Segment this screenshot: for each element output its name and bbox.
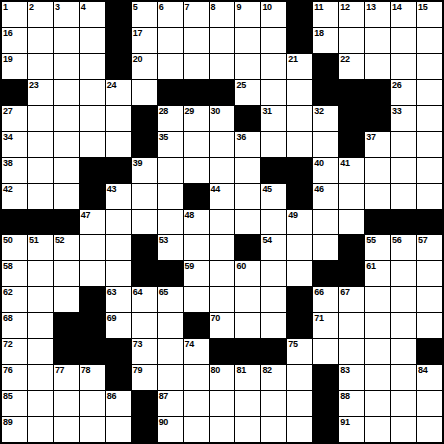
- cell-r12c17[interactable]: [417, 287, 442, 312]
- cell-r8c14[interactable]: [339, 184, 364, 209]
- cell-r12c13[interactable]: 66: [313, 287, 338, 312]
- black-cell-r13c3: [54, 313, 79, 338]
- cell-r3c1[interactable]: 19: [2, 54, 27, 79]
- cell-r13c14[interactable]: [339, 313, 364, 338]
- clue-number-45: 45: [262, 184, 271, 195]
- cell-r16c15[interactable]: [365, 391, 390, 416]
- cell-r13c13[interactable]: 71: [313, 313, 338, 338]
- cell-r3c8[interactable]: [184, 54, 209, 79]
- cell-r9c8[interactable]: 48: [184, 210, 209, 235]
- clue-number-9: 9: [236, 2, 241, 13]
- cell-r17c14[interactable]: 91: [339, 417, 364, 442]
- black-cell-r4c13: [313, 80, 338, 105]
- cell-r5c5[interactable]: [106, 106, 131, 131]
- cell-r12c8[interactable]: [184, 287, 209, 312]
- black-cell-r17c6: [132, 417, 157, 442]
- cell-r6c1[interactable]: 34: [2, 132, 27, 157]
- black-cell-r15c5: [106, 365, 131, 390]
- cell-r11c12[interactable]: [287, 261, 312, 286]
- cell-r17c3[interactable]: [54, 417, 79, 442]
- black-cell-r11c13: [313, 261, 338, 286]
- cell-r12c6[interactable]: 64: [132, 287, 157, 312]
- cell-r6c5[interactable]: [106, 132, 131, 157]
- cell-r9c12[interactable]: 49: [287, 210, 312, 235]
- cell-r3c9[interactable]: [210, 54, 235, 79]
- cell-r4c11[interactable]: [261, 80, 286, 105]
- cell-r10c9[interactable]: [210, 235, 235, 260]
- cell-r10c7[interactable]: 53: [158, 235, 183, 260]
- clue-number-80: 80: [211, 365, 220, 376]
- cell-r6c16[interactable]: [391, 132, 416, 157]
- cell-r7c8[interactable]: [184, 158, 209, 183]
- cell-r10c13[interactable]: [313, 235, 338, 260]
- cell-r17c7[interactable]: 90: [158, 417, 183, 442]
- black-cell-r1c5: [106, 2, 131, 27]
- clue-number-70: 70: [211, 313, 220, 324]
- black-cell-r3c5: [106, 54, 131, 79]
- cell-r2c17[interactable]: [417, 28, 442, 53]
- cell-r17c8[interactable]: [184, 417, 209, 442]
- cell-r16c3[interactable]: [54, 391, 79, 416]
- cell-r13c11[interactable]: [261, 313, 286, 338]
- cell-r17c11[interactable]: [261, 417, 286, 442]
- cell-r15c15[interactable]: [365, 365, 390, 390]
- cell-r1c8[interactable]: 7: [184, 2, 209, 27]
- cell-r13c5[interactable]: 69: [106, 313, 131, 338]
- cell-r12c2[interactable]: [28, 287, 53, 312]
- cell-r17c9[interactable]: [210, 417, 235, 442]
- cell-r16c16[interactable]: [391, 391, 416, 416]
- black-cell-r10c14: [339, 235, 364, 260]
- cell-r11c5[interactable]: [106, 261, 131, 286]
- clue-number-51: 51: [29, 235, 38, 246]
- clue-number-55: 55: [366, 235, 375, 246]
- cell-r14c12[interactable]: 75: [287, 339, 312, 364]
- cell-r3c11[interactable]: [261, 54, 286, 79]
- cell-r15c10[interactable]: 81: [235, 365, 260, 390]
- clue-number-71: 71: [314, 313, 323, 324]
- cell-r1c14[interactable]: 12: [339, 2, 364, 27]
- cell-r13c6[interactable]: [132, 313, 157, 338]
- black-cell-r16c6: [132, 391, 157, 416]
- black-cell-r8c8: [184, 184, 209, 209]
- cell-r8c6[interactable]: [132, 184, 157, 209]
- cell-r12c11[interactable]: [261, 287, 286, 312]
- cell-r2c13[interactable]: 18: [313, 28, 338, 53]
- cell-r10c4[interactable]: [80, 235, 105, 260]
- cell-r2c8[interactable]: [184, 28, 209, 53]
- black-cell-r14c5: [106, 339, 131, 364]
- clue-number-7: 7: [185, 2, 190, 13]
- cell-r9c13[interactable]: [313, 210, 338, 235]
- cell-r4c16[interactable]: 26: [391, 80, 416, 105]
- cell-r4c2[interactable]: 23: [28, 80, 53, 105]
- cell-r2c3[interactable]: [54, 28, 79, 53]
- cell-r9c14[interactable]: [339, 210, 364, 235]
- cell-r16c14[interactable]: 88: [339, 391, 364, 416]
- cell-r9c10[interactable]: [235, 210, 260, 235]
- cell-r8c2[interactable]: [28, 184, 53, 209]
- cell-r10c3[interactable]: 52: [54, 235, 79, 260]
- cell-r16c4[interactable]: [80, 391, 105, 416]
- clue-number-31: 31: [262, 106, 271, 117]
- clue-number-24: 24: [107, 80, 116, 91]
- cell-r15c1[interactable]: 76: [2, 365, 27, 390]
- cell-r11c1[interactable]: 58: [2, 261, 27, 286]
- cell-r6c10[interactable]: 36: [235, 132, 260, 157]
- cell-r6c4[interactable]: [80, 132, 105, 157]
- cell-r13c1[interactable]: 68: [2, 313, 27, 338]
- cell-r3c12[interactable]: 21: [287, 54, 312, 79]
- black-cell-r12c4: [80, 287, 105, 312]
- cell-r1c6[interactable]: 5: [132, 2, 157, 27]
- cell-r7c6[interactable]: 39: [132, 158, 157, 183]
- cell-r10c15[interactable]: 55: [365, 235, 390, 260]
- black-cell-r14c17: [417, 339, 442, 364]
- cell-r2c14[interactable]: [339, 28, 364, 53]
- cell-r10c1[interactable]: 50: [2, 235, 27, 260]
- cell-r17c15[interactable]: [365, 417, 390, 442]
- cell-r11c9[interactable]: [210, 261, 235, 286]
- cell-r3c10[interactable]: [235, 54, 260, 79]
- cell-r11c17[interactable]: [417, 261, 442, 286]
- black-cell-r4c15: [365, 80, 390, 105]
- cell-r10c2[interactable]: 51: [28, 235, 53, 260]
- cell-r1c9[interactable]: 8: [210, 2, 235, 27]
- cell-r5c3[interactable]: [54, 106, 79, 131]
- cell-r4c10[interactable]: 25: [235, 80, 260, 105]
- cell-r15c12[interactable]: [287, 365, 312, 390]
- cell-r2c2[interactable]: [28, 28, 53, 53]
- cell-r15c6[interactable]: 79: [132, 365, 157, 390]
- cell-r2c1[interactable]: 16: [2, 28, 27, 53]
- cell-r7c16[interactable]: [391, 158, 416, 183]
- cell-r9c9[interactable]: [210, 210, 235, 235]
- black-cell-r11c6: [132, 261, 157, 286]
- cell-r5c8[interactable]: 29: [184, 106, 209, 131]
- cell-r14c16[interactable]: [391, 339, 416, 364]
- cell-r14c13[interactable]: [313, 339, 338, 364]
- cell-r14c7[interactable]: [158, 339, 183, 364]
- cell-r13c16[interactable]: [391, 313, 416, 338]
- cell-r11c3[interactable]: [54, 261, 79, 286]
- clue-number-25: 25: [236, 80, 245, 91]
- cell-r6c17[interactable]: [417, 132, 442, 157]
- cell-r16c2[interactable]: [28, 391, 53, 416]
- cell-r16c1[interactable]: 85: [2, 391, 27, 416]
- cell-r8c10[interactable]: [235, 184, 260, 209]
- clue-number-1: 1: [3, 2, 8, 13]
- cell-r15c7[interactable]: [158, 365, 183, 390]
- clue-number-43: 43: [107, 184, 116, 195]
- cell-r13c15[interactable]: [365, 313, 390, 338]
- cell-r9c11[interactable]: [261, 210, 286, 235]
- clue-number-27: 27: [3, 106, 12, 117]
- clue-number-21: 21: [288, 54, 297, 65]
- cell-r4c5[interactable]: 24: [106, 80, 131, 105]
- cell-r13c9[interactable]: 70: [210, 313, 235, 338]
- cell-r7c13[interactable]: 40: [313, 158, 338, 183]
- cell-r15c17[interactable]: 84: [417, 365, 442, 390]
- cell-r12c14[interactable]: 67: [339, 287, 364, 312]
- cell-r9c6[interactable]: [132, 210, 157, 235]
- cell-r2c6[interactable]: 17: [132, 28, 157, 53]
- cell-r1c10[interactable]: 9: [235, 2, 260, 27]
- cell-r14c6[interactable]: 73: [132, 339, 157, 364]
- cell-r5c17[interactable]: [417, 106, 442, 131]
- cell-r17c4[interactable]: [80, 417, 105, 442]
- cell-r17c10[interactable]: [235, 417, 260, 442]
- cell-r5c16[interactable]: 33: [391, 106, 416, 131]
- cell-r11c11[interactable]: [261, 261, 286, 286]
- cell-r16c7[interactable]: 87: [158, 391, 183, 416]
- cell-r7c14[interactable]: 41: [339, 158, 364, 183]
- cell-r4c4[interactable]: [80, 80, 105, 105]
- clue-number-52: 52: [55, 235, 64, 246]
- clue-number-73: 73: [133, 339, 142, 350]
- cell-r15c2[interactable]: [28, 365, 53, 390]
- cell-r3c16[interactable]: [391, 54, 416, 79]
- cell-r7c1[interactable]: 38: [2, 158, 27, 183]
- cell-r17c5[interactable]: [106, 417, 131, 442]
- cell-r16c17[interactable]: [417, 391, 442, 416]
- cell-r16c12[interactable]: [287, 391, 312, 416]
- cell-r8c13[interactable]: 46: [313, 184, 338, 209]
- cell-r10c17[interactable]: 57: [417, 235, 442, 260]
- cell-r2c16[interactable]: [391, 28, 416, 53]
- clue-number-41: 41: [340, 158, 349, 169]
- black-cell-r9c3: [54, 210, 79, 235]
- cell-r4c3[interactable]: [54, 80, 79, 105]
- cell-r5c1[interactable]: 27: [2, 106, 27, 131]
- cell-r8c17[interactable]: [417, 184, 442, 209]
- cell-r1c17[interactable]: 15: [417, 2, 442, 27]
- black-cell-r9c17: [417, 210, 442, 235]
- cell-r3c17[interactable]: [417, 54, 442, 79]
- cell-r3c4[interactable]: [80, 54, 105, 79]
- cell-r8c15[interactable]: [365, 184, 390, 209]
- clue-number-91: 91: [340, 417, 349, 428]
- cell-r5c9[interactable]: 30: [210, 106, 235, 131]
- cell-r16c8[interactable]: [184, 391, 209, 416]
- crossword-grid: 1234567891011121314151617181920212223242…: [0, 0, 444, 444]
- cell-r17c17[interactable]: [417, 417, 442, 442]
- cell-r4c6[interactable]: [132, 80, 157, 105]
- cell-r8c11[interactable]: 45: [261, 184, 286, 209]
- cell-r8c3[interactable]: [54, 184, 79, 209]
- cell-r15c14[interactable]: 83: [339, 365, 364, 390]
- black-cell-r6c14: [339, 132, 364, 157]
- cell-r6c11[interactable]: [261, 132, 286, 157]
- cell-r3c6[interactable]: 20: [132, 54, 157, 79]
- cell-r12c7[interactable]: 65: [158, 287, 183, 312]
- clue-number-74: 74: [185, 339, 194, 350]
- cell-r11c10[interactable]: 60: [235, 261, 260, 286]
- cell-r5c2[interactable]: [28, 106, 53, 131]
- black-cell-r10c6: [132, 235, 157, 260]
- black-cell-r4c9: [210, 80, 235, 105]
- cell-r12c1[interactable]: 62: [2, 287, 27, 312]
- cell-r16c9[interactable]: [210, 391, 235, 416]
- cell-r6c12[interactable]: [287, 132, 312, 157]
- cell-r12c9[interactable]: [210, 287, 235, 312]
- cell-r6c15[interactable]: 37: [365, 132, 390, 157]
- cell-r13c2[interactable]: [28, 313, 53, 338]
- cell-r8c7[interactable]: [158, 184, 183, 209]
- cell-r14c15[interactable]: [365, 339, 390, 364]
- black-cell-r5c14: [339, 106, 364, 131]
- cell-r5c4[interactable]: [80, 106, 105, 131]
- cell-r13c7[interactable]: [158, 313, 183, 338]
- cell-r8c1[interactable]: 42: [2, 184, 27, 209]
- cell-r2c9[interactable]: [210, 28, 235, 53]
- clue-number-36: 36: [236, 132, 245, 143]
- cell-r11c8[interactable]: 59: [184, 261, 209, 286]
- cell-r2c15[interactable]: [365, 28, 390, 53]
- black-cell-r2c12: [287, 28, 312, 53]
- cell-r10c5[interactable]: [106, 235, 131, 260]
- cell-r17c1[interactable]: 89: [2, 417, 27, 442]
- cell-r9c7[interactable]: [158, 210, 183, 235]
- cell-r6c2[interactable]: [28, 132, 53, 157]
- clue-number-90: 90: [159, 417, 168, 428]
- clue-number-62: 62: [3, 287, 12, 298]
- cell-r11c4[interactable]: [80, 261, 105, 286]
- cell-r11c16[interactable]: [391, 261, 416, 286]
- clue-number-26: 26: [392, 80, 401, 91]
- cell-r15c16[interactable]: [391, 365, 416, 390]
- cell-r3c7[interactable]: [158, 54, 183, 79]
- cell-r1c1[interactable]: 1: [2, 2, 27, 27]
- black-cell-r3c13: [313, 54, 338, 79]
- cell-r7c15[interactable]: [365, 158, 390, 183]
- cell-r3c3[interactable]: [54, 54, 79, 79]
- clue-number-29: 29: [185, 106, 194, 117]
- cell-r5c12[interactable]: [287, 106, 312, 131]
- cell-r15c4[interactable]: 78: [80, 365, 105, 390]
- cell-r7c10[interactable]: [235, 158, 260, 183]
- cell-r7c3[interactable]: [54, 158, 79, 183]
- cell-r1c16[interactable]: 14: [391, 2, 416, 27]
- cell-r2c11[interactable]: [261, 28, 286, 53]
- cell-r3c14[interactable]: 22: [339, 54, 364, 79]
- cell-r12c3[interactable]: [54, 287, 79, 312]
- cell-r14c1[interactable]: 72: [2, 339, 27, 364]
- cell-r10c12[interactable]: [287, 235, 312, 260]
- clue-number-75: 75: [288, 339, 297, 350]
- cell-r7c17[interactable]: [417, 158, 442, 183]
- cell-r11c2[interactable]: [28, 261, 53, 286]
- cell-r16c11[interactable]: [261, 391, 286, 416]
- cell-r8c5[interactable]: 43: [106, 184, 131, 209]
- cell-r10c16[interactable]: 56: [391, 235, 416, 260]
- cell-r12c5[interactable]: 63: [106, 287, 131, 312]
- clue-number-64: 64: [133, 287, 142, 298]
- clue-number-48: 48: [185, 210, 194, 221]
- clue-number-3: 3: [55, 2, 60, 13]
- cell-r15c11[interactable]: 82: [261, 365, 286, 390]
- cell-r10c11[interactable]: 54: [261, 235, 286, 260]
- cell-r3c2[interactable]: [28, 54, 53, 79]
- black-cell-r17c13: [313, 417, 338, 442]
- cell-r5c13[interactable]: 32: [313, 106, 338, 131]
- cell-r17c12[interactable]: [287, 417, 312, 442]
- cell-r14c8[interactable]: 74: [184, 339, 209, 364]
- cell-r2c10[interactable]: [235, 28, 260, 53]
- cell-r15c3[interactable]: 77: [54, 365, 79, 390]
- clue-number-60: 60: [236, 261, 245, 272]
- cell-r7c7[interactable]: [158, 158, 183, 183]
- cell-r7c9[interactable]: [210, 158, 235, 183]
- clue-number-85: 85: [3, 391, 12, 402]
- cell-r4c17[interactable]: [417, 80, 442, 105]
- cell-r6c7[interactable]: 35: [158, 132, 183, 157]
- cell-r17c2[interactable]: [28, 417, 53, 442]
- clue-number-59: 59: [185, 261, 194, 272]
- cell-r1c15[interactable]: 13: [365, 2, 390, 27]
- cell-r14c14[interactable]: [339, 339, 364, 364]
- cell-r6c13[interactable]: [313, 132, 338, 157]
- cell-r14c2[interactable]: [28, 339, 53, 364]
- cell-r6c3[interactable]: [54, 132, 79, 157]
- cell-r4c12[interactable]: [287, 80, 312, 105]
- black-cell-r11c7: [158, 261, 183, 286]
- cell-r9c4[interactable]: 47: [80, 210, 105, 235]
- cell-r3c15[interactable]: [365, 54, 390, 79]
- clue-number-33: 33: [392, 106, 401, 117]
- cell-r13c17[interactable]: [417, 313, 442, 338]
- cell-r8c16[interactable]: [391, 184, 416, 209]
- cell-r10c8[interactable]: [184, 235, 209, 260]
- cell-r1c4[interactable]: 4: [80, 2, 105, 27]
- cell-r2c7[interactable]: [158, 28, 183, 53]
- cell-r1c13[interactable]: 11: [313, 2, 338, 27]
- clue-number-78: 78: [81, 365, 90, 376]
- cell-r16c5[interactable]: 86: [106, 391, 131, 416]
- black-cell-r4c7: [158, 80, 183, 105]
- cell-r6c9[interactable]: [210, 132, 235, 157]
- cell-r15c9[interactable]: 80: [210, 365, 235, 390]
- clue-number-72: 72: [3, 339, 12, 350]
- cell-r17c16[interactable]: [391, 417, 416, 442]
- cell-r2c4[interactable]: [80, 28, 105, 53]
- cell-r7c2[interactable]: [28, 158, 53, 183]
- clue-number-47: 47: [81, 210, 90, 221]
- cell-r5c11[interactable]: 31: [261, 106, 286, 131]
- cell-r5c7[interactable]: 28: [158, 106, 183, 131]
- black-cell-r13c8: [184, 313, 209, 338]
- cell-r1c11[interactable]: 10: [261, 2, 286, 27]
- cell-r1c3[interactable]: 3: [54, 2, 79, 27]
- clue-number-56: 56: [392, 235, 401, 246]
- clue-number-61: 61: [366, 261, 375, 272]
- cell-r16c10[interactable]: [235, 391, 260, 416]
- black-cell-r9c1: [2, 210, 27, 235]
- cell-r11c15[interactable]: 61: [365, 261, 390, 286]
- cell-r13c10[interactable]: [235, 313, 260, 338]
- cell-r12c16[interactable]: [391, 287, 416, 312]
- black-cell-r9c16: [391, 210, 416, 235]
- cell-r8c9[interactable]: 44: [210, 184, 235, 209]
- black-cell-r15c13: [313, 365, 338, 390]
- cell-r6c8[interactable]: [184, 132, 209, 157]
- cell-r1c7[interactable]: 6: [158, 2, 183, 27]
- cell-r9c5[interactable]: [106, 210, 131, 235]
- cell-r15c8[interactable]: [184, 365, 209, 390]
- cell-r12c15[interactable]: [365, 287, 390, 312]
- cell-r12c10[interactable]: [235, 287, 260, 312]
- cell-r1c2[interactable]: 2: [28, 2, 53, 27]
